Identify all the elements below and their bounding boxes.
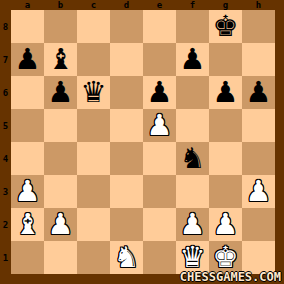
square-b1: [44, 241, 77, 274]
square-e6: ♟: [143, 76, 176, 109]
square-c6: ♛: [77, 76, 110, 109]
square-d6: [110, 76, 143, 109]
rank-label-6: 6: [0, 76, 11, 109]
square-a8: [11, 10, 44, 43]
piece-white-pawn-a3: ♟: [11, 175, 44, 208]
square-b7: ♝: [44, 43, 77, 76]
square-h8: [242, 10, 275, 43]
square-a2: ♝: [11, 208, 44, 241]
piece-black-pawn-h6: ♟: [242, 76, 275, 109]
square-c3: [77, 175, 110, 208]
file-label-d: d: [110, 0, 143, 10]
rank-label-3: 3: [0, 175, 11, 208]
piece-black-knight-f4: ♞: [176, 142, 209, 175]
piece-white-pawn-e5: ♟: [143, 109, 176, 142]
square-f3: [176, 175, 209, 208]
rank-label-8: 8: [0, 10, 11, 43]
square-e8: [143, 10, 176, 43]
chess-board: ♚♟♝♟♟♛♟♟♟♟♞♟♟♝♟♟♟♞♛♚: [11, 10, 275, 274]
square-b5: [44, 109, 77, 142]
square-a1: [11, 241, 44, 274]
square-d8: [110, 10, 143, 43]
square-d4: [110, 142, 143, 175]
square-a3: ♟: [11, 175, 44, 208]
piece-black-pawn-e6: ♟: [143, 76, 176, 109]
piece-black-bishop-b7: ♝: [44, 43, 77, 76]
square-f5: [176, 109, 209, 142]
square-h7: [242, 43, 275, 76]
square-a4: [11, 142, 44, 175]
square-b2: ♟: [44, 208, 77, 241]
square-g7: [209, 43, 242, 76]
rank-label-4: 4: [0, 142, 11, 175]
square-e1: [143, 241, 176, 274]
square-e7: [143, 43, 176, 76]
square-g4: [209, 142, 242, 175]
square-d5: [110, 109, 143, 142]
square-g6: ♟: [209, 76, 242, 109]
piece-black-queen-c6: ♛: [77, 76, 110, 109]
square-h2: [242, 208, 275, 241]
square-e4: [143, 142, 176, 175]
square-c8: [77, 10, 110, 43]
chess-diagram: abcdefgh 87654321 ♚♟♝♟♟♛♟♟♟♟♞♟♟♝♟♟♟♞♛♚ C…: [0, 0, 284, 284]
piece-black-pawn-b6: ♟: [44, 76, 77, 109]
rank-label-5: 5: [0, 109, 11, 142]
piece-white-bishop-a2: ♝: [11, 208, 44, 241]
square-f7: ♟: [176, 43, 209, 76]
square-g5: [209, 109, 242, 142]
square-b3: [44, 175, 77, 208]
piece-black-pawn-g6: ♟: [209, 76, 242, 109]
file-label-a: a: [11, 0, 44, 10]
square-c1: [77, 241, 110, 274]
square-c5: [77, 109, 110, 142]
square-c7: [77, 43, 110, 76]
square-d3: [110, 175, 143, 208]
piece-black-pawn-f7: ♟: [176, 43, 209, 76]
square-b4: [44, 142, 77, 175]
file-label-c: c: [77, 0, 110, 10]
file-label-e: e: [143, 0, 176, 10]
square-h6: ♟: [242, 76, 275, 109]
piece-white-knight-d1: ♞: [110, 241, 143, 274]
square-d2: [110, 208, 143, 241]
square-a5: [11, 109, 44, 142]
file-label-b: b: [44, 0, 77, 10]
piece-white-pawn-f2: ♟: [176, 208, 209, 241]
square-c4: [77, 142, 110, 175]
square-h3: ♟: [242, 175, 275, 208]
square-h4: [242, 142, 275, 175]
square-b6: ♟: [44, 76, 77, 109]
square-e5: ♟: [143, 109, 176, 142]
square-g3: [209, 175, 242, 208]
square-c2: [77, 208, 110, 241]
square-e2: [143, 208, 176, 241]
square-d1: ♞: [110, 241, 143, 274]
square-a7: ♟: [11, 43, 44, 76]
square-h5: [242, 109, 275, 142]
square-b8: [44, 10, 77, 43]
square-f2: ♟: [176, 208, 209, 241]
rank-label-7: 7: [0, 43, 11, 76]
square-g2: ♟: [209, 208, 242, 241]
rank-label-2: 2: [0, 208, 11, 241]
site-watermark: CHESSGAMES.COM: [180, 271, 281, 284]
rank-label-1: 1: [0, 241, 11, 274]
square-f4: ♞: [176, 142, 209, 175]
file-label-f: f: [176, 0, 209, 10]
square-e3: [143, 175, 176, 208]
square-f8: [176, 10, 209, 43]
square-a6: [11, 76, 44, 109]
square-d7: [110, 43, 143, 76]
square-g8: ♚: [209, 10, 242, 43]
piece-black-pawn-a7: ♟: [11, 43, 44, 76]
square-f6: [176, 76, 209, 109]
file-label-h: h: [242, 0, 275, 10]
piece-white-pawn-b2: ♟: [44, 208, 77, 241]
piece-white-pawn-g2: ♟: [209, 208, 242, 241]
piece-white-pawn-h3: ♟: [242, 175, 275, 208]
piece-black-king-g8: ♚: [209, 10, 242, 43]
